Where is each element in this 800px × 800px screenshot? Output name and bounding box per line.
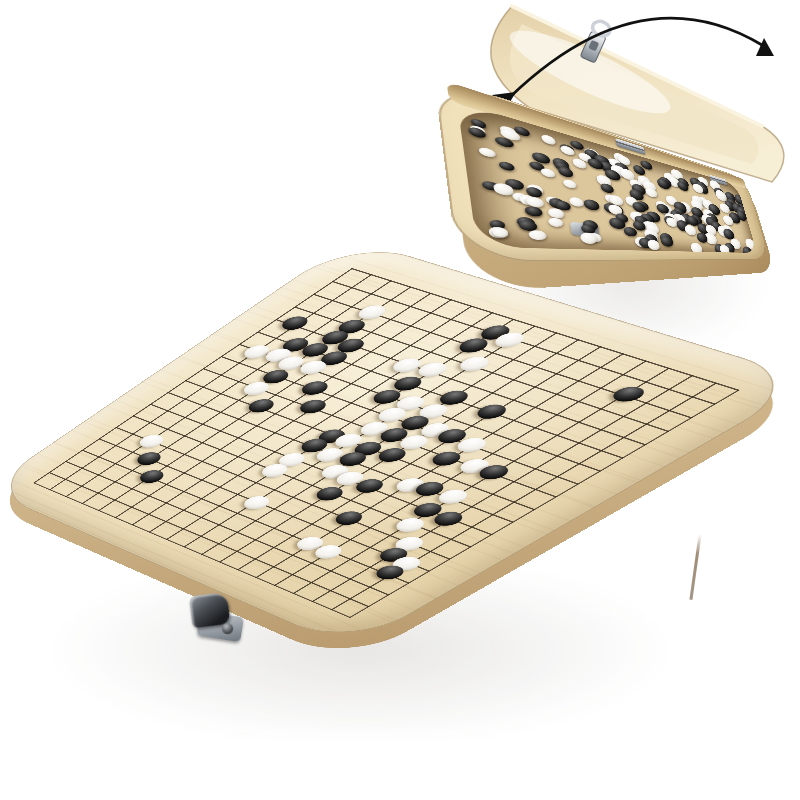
box-stone [689, 243, 703, 253]
white-stone [354, 303, 391, 321]
box-stone [562, 178, 577, 189]
box-stone [478, 146, 496, 158]
box-stone [683, 224, 697, 235]
box-stone [528, 230, 546, 241]
board-clasp-icon [185, 589, 257, 654]
box-stone [499, 161, 515, 172]
box-stone [600, 183, 615, 194]
box-stone [540, 133, 557, 146]
black-stone [311, 485, 348, 504]
box-stone [646, 240, 661, 250]
black-stone [277, 314, 313, 332]
box-stone [645, 187, 658, 198]
box-stone [557, 166, 574, 178]
white-stone [239, 494, 274, 512]
black-stone [330, 509, 367, 528]
box-stone [547, 217, 563, 227]
black-stone [295, 397, 331, 415]
product-photo-stage [0, 0, 800, 800]
box-stone [660, 236, 675, 247]
white-stone [455, 355, 495, 374]
black-stone [608, 384, 651, 404]
black-stone [244, 397, 279, 415]
box-stone [540, 167, 556, 178]
white-stone [135, 432, 168, 449]
black-stone [297, 379, 333, 397]
box-stone [568, 196, 584, 207]
box-stone [583, 199, 601, 212]
black-stone [132, 450, 165, 467]
white-stone [391, 515, 430, 534]
black-stone [135, 468, 168, 486]
black-stone [471, 402, 511, 421]
